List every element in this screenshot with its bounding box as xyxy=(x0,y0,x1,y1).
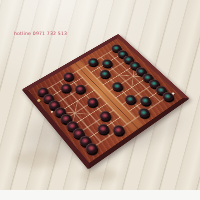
photo-bottom-margin xyxy=(0,190,200,200)
floor-stain xyxy=(78,168,118,182)
product-photo-scene: hotline 0971 732 513 xyxy=(0,0,200,200)
watermark-text: hotline 0971 732 513 xyxy=(14,30,67,36)
